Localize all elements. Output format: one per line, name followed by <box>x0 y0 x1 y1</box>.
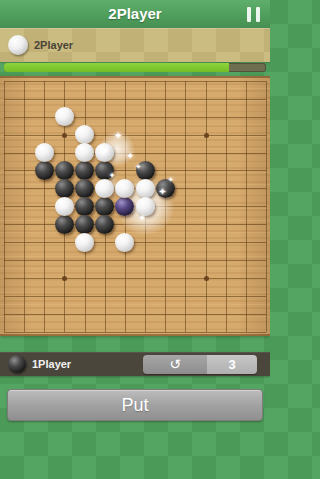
white-stone <box>55 197 74 216</box>
timer-fill <box>4 63 229 72</box>
grid-line-horizontal <box>4 332 266 333</box>
star-point <box>62 276 67 281</box>
black-stone <box>55 179 74 198</box>
undo-count-badge: 3 <box>207 355 257 374</box>
pause-button[interactable] <box>247 7 260 22</box>
black-stone <box>75 215 94 234</box>
game-board[interactable]: ✦✦✦✦✦✦✦✦ <box>0 76 270 336</box>
star-point <box>62 133 67 138</box>
timer-bar <box>4 63 266 72</box>
grid-line-horizontal <box>4 242 266 243</box>
grid-line-horizontal <box>4 278 266 279</box>
black-stone <box>95 197 114 216</box>
player2-name: 2Player <box>34 28 73 62</box>
white-stone-icon <box>8 35 28 55</box>
grid-line-horizontal <box>4 99 266 100</box>
white-stone <box>115 233 134 252</box>
black-stone <box>95 215 114 234</box>
player2-bar: 2Player <box>0 28 270 62</box>
black-stone <box>75 179 94 198</box>
grid-line-horizontal <box>4 224 266 225</box>
grid-line-horizontal <box>4 296 266 297</box>
white-stone <box>136 197 155 216</box>
star-point <box>204 133 209 138</box>
black-stone <box>55 161 74 180</box>
player1-name: 1Player <box>32 352 71 376</box>
white-stone <box>35 143 54 162</box>
sparkle-icon: ✦ <box>114 131 122 141</box>
black-stone <box>156 179 175 198</box>
grid-line-vertical <box>266 81 267 332</box>
white-stone <box>95 179 114 198</box>
black-stone <box>136 161 155 180</box>
white-stone <box>75 125 94 144</box>
white-stone <box>55 107 74 126</box>
header-bar: 2Player <box>0 0 270 28</box>
put-button[interactable]: Put <box>7 389 263 421</box>
player1-bar: 1Player ↺ 3 <box>0 352 270 376</box>
white-stone <box>75 233 94 252</box>
grid-line-horizontal <box>4 314 266 315</box>
undo-group: ↺ 3 <box>143 355 257 374</box>
grid-line-horizontal <box>4 260 266 261</box>
grid-line-horizontal <box>4 135 266 136</box>
page-title: 2Player <box>0 0 270 28</box>
white-stone <box>75 143 94 162</box>
gomoku-app: { "game": "gomoku", "header": { "title":… <box>0 0 270 479</box>
undo-button[interactable]: ↺ <box>143 355 207 374</box>
black-stone-last-move <box>115 197 134 216</box>
black-stone <box>95 161 114 180</box>
black-stone <box>35 161 54 180</box>
pause-icon <box>256 7 260 22</box>
white-stone <box>115 179 134 198</box>
black-stone <box>75 161 94 180</box>
black-stone <box>75 197 94 216</box>
grid-line-horizontal <box>4 117 266 118</box>
white-stone <box>95 143 114 162</box>
white-stone <box>136 179 155 198</box>
black-stone <box>55 215 74 234</box>
black-stone-icon <box>8 355 26 373</box>
pause-icon <box>247 7 251 22</box>
star-point <box>204 276 209 281</box>
grid-line-horizontal <box>4 81 266 82</box>
